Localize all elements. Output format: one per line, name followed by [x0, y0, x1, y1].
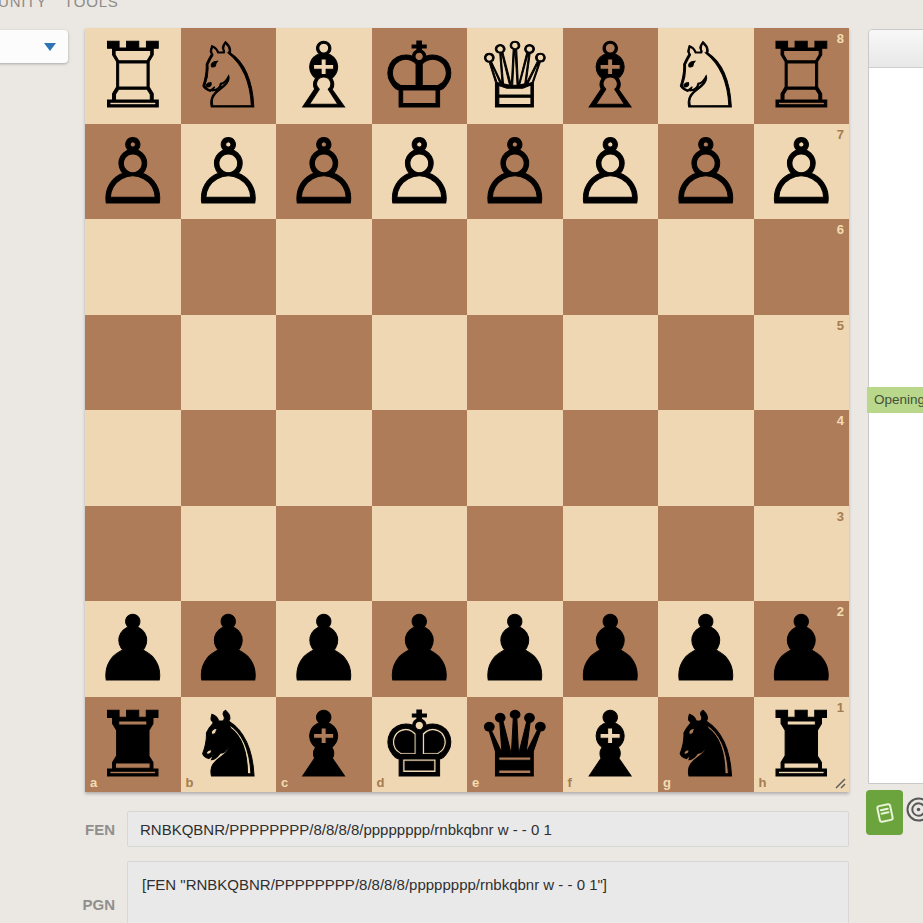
coord-file-g: g [663, 776, 671, 789]
square-f4[interactable] [563, 410, 659, 506]
square-b2[interactable]: ♟ [181, 601, 277, 697]
square-d6[interactable] [372, 219, 468, 315]
square-e7[interactable]: ♙ [467, 124, 563, 220]
square-a4[interactable] [85, 410, 181, 506]
piece-white-pawn[interactable]: ♙ [379, 124, 460, 219]
square-b7[interactable]: ♙ [181, 124, 277, 220]
piece-black-pawn[interactable]: ♟ [379, 601, 460, 696]
menu-item-tools[interactable]: TOOLS [64, 0, 119, 10]
piece-white-rook[interactable]: ♖ [92, 28, 173, 123]
square-d5[interactable] [372, 315, 468, 411]
square-f7[interactable]: ♙ [563, 124, 659, 220]
coord-rank-3: 3 [837, 510, 844, 523]
square-c6[interactable] [276, 219, 372, 315]
piece-white-pawn[interactable]: ♙ [665, 124, 746, 219]
chess-board: ♖♘♗♔♕♗♘8♖♙♙♙♙♙♙♙7♙6543♟♟♟♟♟♟♟2♟a♜b♞c♝d♚e… [85, 28, 849, 792]
square-d4[interactable] [372, 410, 468, 506]
square-f8[interactable]: ♗ [563, 28, 659, 124]
square-d7[interactable]: ♙ [372, 124, 468, 220]
square-c8[interactable]: ♗ [276, 28, 372, 124]
fen-input[interactable] [127, 811, 849, 847]
square-f3[interactable] [563, 506, 659, 602]
square-f1[interactable]: f♝ [563, 697, 659, 793]
square-f5[interactable] [563, 315, 659, 411]
coord-rank-5: 5 [837, 319, 844, 332]
piece-white-queen[interactable]: ♕ [474, 28, 555, 123]
side-panel-header [869, 30, 923, 68]
square-b1[interactable]: b♞ [181, 697, 277, 793]
square-c7[interactable]: ♙ [276, 124, 372, 220]
square-a5[interactable] [85, 315, 181, 411]
square-g5[interactable] [658, 315, 754, 411]
coord-file-f: f [568, 776, 572, 789]
piece-black-bishop[interactable]: ♝ [283, 697, 364, 792]
square-h7[interactable]: 7♙ [754, 124, 850, 220]
square-g4[interactable] [658, 410, 754, 506]
board-resize-handle[interactable] [833, 776, 847, 790]
square-a8[interactable]: ♖ [85, 28, 181, 124]
square-b8[interactable]: ♘ [181, 28, 277, 124]
square-g8[interactable]: ♘ [658, 28, 754, 124]
square-e6[interactable] [467, 219, 563, 315]
piece-black-pawn[interactable]: ♟ [570, 601, 651, 696]
fen-label: FEN [40, 821, 115, 838]
piece-white-knight[interactable]: ♘ [188, 28, 269, 123]
pgn-label: PGN [40, 896, 115, 913]
square-d3[interactable] [372, 506, 468, 602]
square-g1[interactable]: g♞ [658, 697, 754, 793]
coord-rank-6: 6 [837, 223, 844, 236]
position-select-dropdown[interactable] [0, 30, 68, 63]
square-c5[interactable] [276, 315, 372, 411]
coord-rank-7: 7 [837, 128, 844, 141]
square-e1[interactable]: e♛ [467, 697, 563, 793]
piece-black-bishop[interactable]: ♝ [570, 697, 651, 792]
coord-rank-2: 2 [837, 605, 844, 618]
square-d2[interactable]: ♟ [372, 601, 468, 697]
piece-white-pawn[interactable]: ♙ [570, 124, 651, 219]
square-e8[interactable]: ♕ [467, 28, 563, 124]
piece-black-king[interactable]: ♚ [379, 697, 460, 792]
square-g6[interactable] [658, 219, 754, 315]
coord-file-d: d [377, 776, 385, 789]
square-b6[interactable] [181, 219, 277, 315]
coord-file-c: c [281, 776, 288, 789]
coord-file-a: a [90, 776, 97, 789]
coord-rank-1: 1 [837, 701, 844, 714]
square-c1[interactable]: c♝ [276, 697, 372, 793]
pgn-textarea[interactable]: [FEN "RNBKQBNR/PPPPPPPP/8/8/8/8/pppppppp… [127, 861, 849, 923]
square-g2[interactable]: ♟ [658, 601, 754, 697]
square-a1[interactable]: a♜ [85, 697, 181, 793]
coord-file-h: h [759, 776, 767, 789]
coord-rank-4: 4 [837, 414, 844, 427]
piece-white-pawn[interactable]: ♙ [761, 124, 842, 219]
square-h2[interactable]: 2♟ [754, 601, 850, 697]
opening-tag: Opening [867, 387, 923, 413]
menu-item-unity[interactable]: UNITY [0, 0, 47, 10]
square-g3[interactable] [658, 506, 754, 602]
piece-black-pawn[interactable]: ♟ [761, 601, 842, 696]
square-b3[interactable] [181, 506, 277, 602]
square-c2[interactable]: ♟ [276, 601, 372, 697]
piece-black-pawn[interactable]: ♟ [474, 601, 555, 696]
piece-white-rook[interactable]: ♖ [761, 28, 842, 123]
piece-black-pawn[interactable]: ♟ [665, 601, 746, 696]
piece-white-pawn[interactable]: ♙ [188, 124, 269, 219]
book-icon [873, 801, 897, 825]
square-f6[interactable] [563, 219, 659, 315]
square-c4[interactable] [276, 410, 372, 506]
piece-black-knight[interactable]: ♞ [665, 697, 746, 792]
square-a6[interactable] [85, 219, 181, 315]
square-a7[interactable]: ♙ [85, 124, 181, 220]
coord-file-e: e [472, 776, 479, 789]
piece-black-rook[interactable]: ♜ [761, 697, 842, 792]
square-h3[interactable]: 3 [754, 506, 850, 602]
square-h5[interactable]: 5 [754, 315, 850, 411]
square-h8[interactable]: 8♖ [754, 28, 850, 124]
piece-white-pawn[interactable]: ♙ [92, 124, 173, 219]
board-editor-page: UNITY TOOLS ♖♘♗♔♕♗♘8♖♙♙♙♙♙♙♙7♙6543♟♟♟♟♟♟… [0, 0, 923, 923]
piece-black-pawn[interactable]: ♟ [188, 601, 269, 696]
target-icon[interactable] [905, 796, 923, 823]
coord-rank-8: 8 [837, 32, 844, 45]
piece-black-pawn[interactable]: ♟ [92, 601, 173, 696]
square-h4[interactable]: 4 [754, 410, 850, 506]
piece-black-queen[interactable]: ♛ [474, 697, 555, 792]
square-e2[interactable]: ♟ [467, 601, 563, 697]
square-f2[interactable]: ♟ [563, 601, 659, 697]
square-a2[interactable]: ♟ [85, 601, 181, 697]
square-b5[interactable] [181, 315, 277, 411]
square-d1[interactable]: d♚ [372, 697, 468, 793]
square-e3[interactable] [467, 506, 563, 602]
coord-file-b: b [186, 776, 194, 789]
opening-book-button[interactable] [866, 790, 903, 835]
chevron-down-icon [44, 43, 56, 51]
square-h6[interactable]: 6 [754, 219, 850, 315]
piece-white-pawn[interactable]: ♙ [474, 124, 555, 219]
piece-black-pawn[interactable]: ♟ [283, 601, 364, 696]
piece-white-knight[interactable]: ♘ [665, 28, 746, 123]
square-g7[interactable]: ♙ [658, 124, 754, 220]
piece-white-bishop[interactable]: ♗ [283, 28, 364, 123]
piece-white-bishop[interactable]: ♗ [570, 28, 651, 123]
square-c3[interactable] [276, 506, 372, 602]
piece-black-rook[interactable]: ♜ [92, 697, 173, 792]
square-b4[interactable] [181, 410, 277, 506]
square-e5[interactable] [467, 315, 563, 411]
square-d8[interactable]: ♔ [372, 28, 468, 124]
square-e4[interactable] [467, 410, 563, 506]
piece-white-pawn[interactable]: ♙ [283, 124, 364, 219]
square-a3[interactable] [85, 506, 181, 602]
piece-black-knight[interactable]: ♞ [188, 697, 269, 792]
piece-white-king[interactable]: ♔ [379, 28, 460, 123]
